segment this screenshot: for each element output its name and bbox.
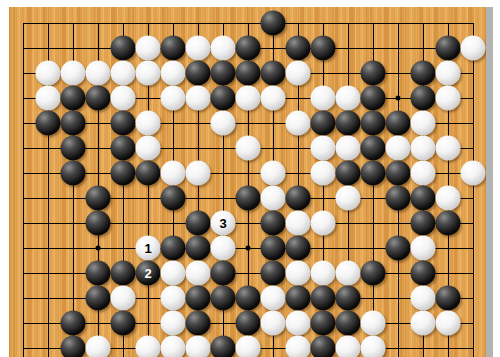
stone-white[interactable] [436, 86, 461, 111]
stone-black[interactable] [336, 111, 361, 136]
stone-white[interactable] [136, 136, 161, 161]
stone-black[interactable] [211, 286, 236, 311]
stone-black[interactable] [186, 61, 211, 86]
stone-white[interactable] [236, 86, 261, 111]
stone-black[interactable] [111, 161, 136, 186]
stone-black[interactable] [336, 286, 361, 311]
stone-black[interactable] [61, 336, 86, 357]
stone-white[interactable] [186, 86, 211, 111]
stone-black[interactable] [161, 36, 186, 61]
stone-white[interactable] [411, 136, 436, 161]
stone-white[interactable] [336, 261, 361, 286]
stone-white[interactable] [261, 286, 286, 311]
stone-black[interactable] [61, 136, 86, 161]
stone-white[interactable] [111, 286, 136, 311]
stone-white[interactable] [186, 161, 211, 186]
stone-black[interactable] [111, 261, 136, 286]
stone-white[interactable] [136, 61, 161, 86]
stone-black[interactable] [361, 136, 386, 161]
stone-white[interactable] [261, 186, 286, 211]
stone-white[interactable] [461, 161, 486, 186]
stone-black[interactable] [236, 61, 261, 86]
stone-black[interactable] [436, 36, 461, 61]
move-number-label: 2 [144, 267, 151, 280]
stone-black[interactable] [286, 36, 311, 61]
stone-white[interactable] [336, 186, 361, 211]
stone-black[interactable] [111, 36, 136, 61]
stone-white[interactable] [86, 61, 111, 86]
stone-white[interactable] [436, 61, 461, 86]
stone-white[interactable] [311, 211, 336, 236]
stone-white[interactable] [386, 136, 411, 161]
stone-black[interactable] [261, 11, 286, 36]
stone-black[interactable] [311, 311, 336, 336]
stone-white[interactable] [36, 61, 61, 86]
stone-white[interactable] [136, 36, 161, 61]
stone-white[interactable] [161, 286, 186, 311]
stone-white[interactable] [136, 111, 161, 136]
stone-white[interactable]: 1 [136, 236, 161, 261]
stone-white[interactable] [161, 86, 186, 111]
stone-black[interactable]: 2 [136, 261, 161, 286]
stone-white[interactable] [411, 311, 436, 336]
stone-black[interactable] [386, 161, 411, 186]
stone-white[interactable] [286, 261, 311, 286]
stone-white[interactable] [211, 111, 236, 136]
stone-white[interactable] [211, 36, 236, 61]
stone-black[interactable] [236, 311, 261, 336]
stone-black[interactable] [261, 261, 286, 286]
stone-black[interactable] [186, 211, 211, 236]
stone-white[interactable] [286, 211, 311, 236]
stone-black[interactable] [411, 86, 436, 111]
stone-black[interactable] [136, 161, 161, 186]
stone-black[interactable] [161, 236, 186, 261]
stone-black[interactable] [261, 236, 286, 261]
stone-black[interactable] [311, 36, 336, 61]
stone-white[interactable] [261, 161, 286, 186]
stone-white[interactable] [436, 136, 461, 161]
stone-black[interactable] [311, 111, 336, 136]
stone-black[interactable] [261, 61, 286, 86]
stone-black[interactable] [61, 86, 86, 111]
stone-black[interactable] [86, 286, 111, 311]
stone-black[interactable] [61, 111, 86, 136]
go-app-screenshot: 312 [0, 0, 500, 357]
star-point [246, 246, 251, 251]
stone-white[interactable] [311, 261, 336, 286]
stone-black[interactable] [286, 286, 311, 311]
stone-black[interactable] [86, 186, 111, 211]
stone-white[interactable] [111, 86, 136, 111]
stone-black[interactable] [186, 311, 211, 336]
stone-black[interactable] [86, 86, 111, 111]
stone-white[interactable] [161, 336, 186, 357]
stone-white[interactable] [261, 311, 286, 336]
stone-black[interactable] [411, 211, 436, 236]
stone-white[interactable] [211, 236, 236, 261]
stone-white[interactable] [436, 186, 461, 211]
stone-white[interactable] [161, 311, 186, 336]
stone-black[interactable] [336, 161, 361, 186]
stone-black[interactable] [111, 311, 136, 336]
star-point [96, 246, 101, 251]
stone-white[interactable] [436, 311, 461, 336]
stone-black[interactable] [286, 186, 311, 211]
stone-white[interactable] [186, 261, 211, 286]
stone-black[interactable] [86, 261, 111, 286]
stone-black[interactable] [211, 336, 236, 357]
stone-black[interactable] [236, 286, 261, 311]
stone-black[interactable] [111, 111, 136, 136]
stone-black[interactable] [236, 186, 261, 211]
board-frame-shadow [486, 7, 493, 357]
move-number-label: 3 [219, 217, 226, 230]
stone-black[interactable] [361, 61, 386, 86]
stone-black[interactable] [386, 236, 411, 261]
stone-white[interactable] [186, 336, 211, 357]
stone-black[interactable] [211, 61, 236, 86]
stone-white[interactable] [186, 36, 211, 61]
stone-black[interactable] [386, 111, 411, 136]
stone-black[interactable] [336, 311, 361, 336]
stone-white[interactable] [361, 311, 386, 336]
stone-black[interactable] [361, 111, 386, 136]
stone-black[interactable] [236, 36, 261, 61]
stone-white[interactable] [161, 261, 186, 286]
stone-white[interactable] [311, 136, 336, 161]
stone-black[interactable] [111, 136, 136, 161]
stone-white[interactable] [136, 336, 161, 357]
stone-black[interactable] [211, 86, 236, 111]
stone-white[interactable] [286, 336, 311, 357]
stone-black[interactable] [311, 286, 336, 311]
stone-black[interactable] [211, 261, 236, 286]
stone-black[interactable] [411, 61, 436, 86]
stone-black[interactable] [86, 211, 111, 236]
stone-black[interactable] [186, 236, 211, 261]
stone-black[interactable] [361, 261, 386, 286]
go-board[interactable]: 312 [9, 7, 486, 357]
stone-white[interactable] [161, 161, 186, 186]
move-number-label: 1 [144, 242, 151, 255]
stone-black[interactable] [361, 161, 386, 186]
stone-white[interactable] [236, 336, 261, 357]
stone-white[interactable] [461, 36, 486, 61]
stone-black[interactable] [411, 186, 436, 211]
stone-white[interactable] [111, 61, 136, 86]
stone-white[interactable] [286, 61, 311, 86]
stone-white[interactable]: 3 [211, 211, 236, 236]
stone-black[interactable] [411, 261, 436, 286]
stone-white[interactable] [36, 86, 61, 111]
stone-black[interactable] [61, 311, 86, 336]
stone-white[interactable] [411, 286, 436, 311]
stone-black[interactable] [361, 86, 386, 111]
stone-white[interactable] [361, 336, 386, 357]
stone-black[interactable] [36, 111, 61, 136]
stone-white[interactable] [161, 61, 186, 86]
stone-white[interactable] [336, 86, 361, 111]
stone-black[interactable] [436, 211, 461, 236]
stone-white[interactable] [411, 161, 436, 186]
stone-black[interactable] [436, 286, 461, 311]
stone-white[interactable] [61, 61, 86, 86]
stone-black[interactable] [186, 286, 211, 311]
stone-black[interactable] [61, 161, 86, 186]
grid-line-horizontal [23, 23, 474, 24]
stone-black[interactable] [161, 186, 186, 211]
stone-white[interactable] [261, 86, 286, 111]
stone-black[interactable] [261, 211, 286, 236]
stone-white[interactable] [286, 111, 311, 136]
stone-white[interactable] [411, 111, 436, 136]
stone-white[interactable] [286, 311, 311, 336]
stone-white[interactable] [336, 136, 361, 161]
stone-white[interactable] [336, 336, 361, 357]
stone-white[interactable] [236, 136, 261, 161]
stone-white[interactable] [311, 161, 336, 186]
star-point [396, 96, 401, 101]
stone-black[interactable] [311, 336, 336, 357]
stone-black[interactable] [386, 186, 411, 211]
stone-white[interactable] [311, 86, 336, 111]
stone-white[interactable] [411, 236, 436, 261]
stone-black[interactable] [286, 236, 311, 261]
stone-white[interactable] [86, 336, 111, 357]
